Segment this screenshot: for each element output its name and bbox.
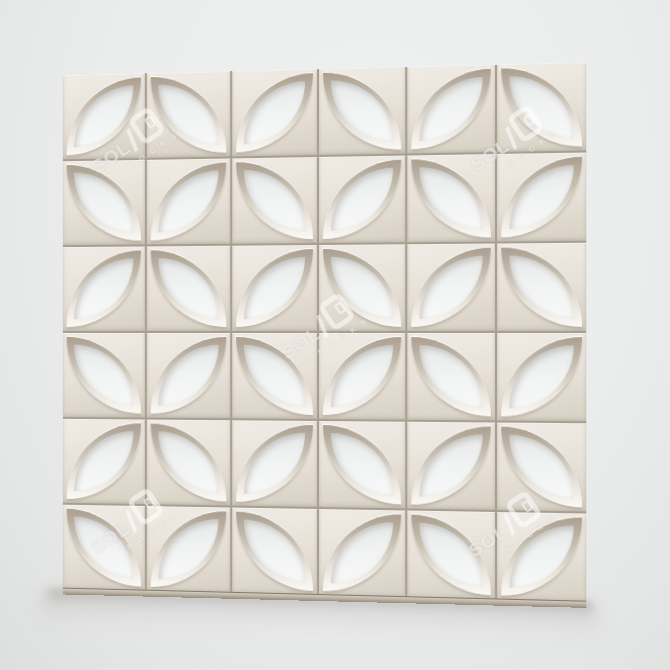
petal-cutout-hole: [158, 171, 218, 233]
petal-cutout-bevel: [323, 248, 402, 327]
petal-cutout-bevel: [66, 77, 141, 155]
petal-cutout-bevel: [411, 69, 491, 150]
petal-cutout-hole: [331, 433, 393, 496]
petal-cutout-bevel: [323, 425, 402, 505]
panel-tile: [147, 333, 230, 418]
petal-cutout-hole: [244, 169, 305, 231]
panel-tile: [407, 511, 495, 600]
petal-cutout-hole: [509, 345, 573, 408]
petal-cutout-bevel: [411, 514, 491, 595]
petal-cutout-hole: [509, 525, 573, 590]
panel-tile: [319, 156, 405, 243]
render-stage: SOLIDROCKSSOLIDROCKSSOLIDROCKSSOLIDROCKS…: [0, 0, 670, 670]
panel-tile: [497, 512, 586, 602]
petal-cutout-bevel: [411, 158, 491, 238]
petal-cutout-bevel: [411, 426, 491, 506]
petal-cutout-bevel: [236, 337, 313, 415]
petal-cutout-hole: [74, 258, 133, 319]
panel-tile: [63, 505, 145, 591]
panel-tile: [63, 246, 145, 331]
panel-tile: [147, 246, 230, 331]
panel-tile: [147, 71, 230, 158]
petal-cutout-bevel: [323, 159, 402, 239]
panel-tile: [232, 69, 317, 156]
petal-cutout-bevel: [411, 337, 491, 417]
panel-tile: [147, 506, 230, 593]
petal-cutout-hole: [244, 81, 305, 144]
petal-cutout-bevel: [236, 511, 313, 591]
petal-cutout-hole: [419, 345, 482, 408]
petal-cutout-bevel: [323, 513, 402, 593]
petal-cutout-hole: [509, 255, 573, 318]
panel-tile: [63, 333, 145, 418]
petal-cutout-hole: [419, 77, 482, 141]
petal-cutout-hole: [509, 75, 573, 140]
petal-cutout-bevel: [411, 247, 491, 327]
petal-cutout-hole: [419, 523, 482, 587]
petal-cutout-bevel: [151, 75, 227, 154]
petal-cutout-bevel: [66, 509, 141, 587]
petal-cutout-bevel: [501, 66, 582, 148]
petal-cutout-bevel: [66, 164, 141, 242]
petal-cutout-hole: [509, 435, 573, 499]
petal-cutout-hole: [419, 167, 482, 230]
panel-tile: [497, 243, 586, 331]
wall-panel: [63, 62, 586, 601]
panel-tile: [232, 157, 317, 244]
petal-cutout-hole: [74, 345, 133, 406]
petal-cutout-hole: [509, 165, 573, 229]
panel-tile: [63, 419, 145, 504]
petal-cutout-bevel: [66, 423, 141, 501]
petal-cutout-bevel: [236, 73, 313, 153]
panel-tile: [407, 422, 495, 510]
petal-cutout-bevel: [323, 337, 402, 416]
petal-cutout-hole: [331, 79, 393, 142]
panel-tile: [63, 160, 145, 245]
petal-cutout-hole: [244, 432, 305, 494]
petal-cutout-hole: [244, 345, 305, 407]
panel-tile: [147, 158, 230, 244]
petal-cutout-hole: [331, 168, 393, 231]
panel-tile: [497, 423, 586, 512]
petal-cutout-bevel: [501, 337, 582, 417]
panel-tile: [63, 73, 145, 159]
petal-cutout-bevel: [501, 157, 582, 238]
petal-cutout-bevel: [151, 337, 227, 415]
petal-cutout-hole: [74, 517, 133, 579]
petal-cutout-hole: [331, 345, 393, 407]
petal-cutout-hole: [158, 518, 218, 580]
petal-cutout-hole: [158, 345, 218, 406]
petal-cutout-bevel: [66, 250, 141, 327]
petal-cutout-hole: [74, 172, 133, 233]
petal-cutout-hole: [74, 431, 133, 492]
panel-tile: [319, 67, 405, 155]
panel-tile: [497, 333, 586, 421]
petal-cutout-hole: [158, 258, 218, 319]
panel-tile: [319, 333, 405, 420]
panel-grid: [63, 62, 586, 601]
petal-cutout-bevel: [236, 424, 313, 503]
panel-tile: [319, 509, 405, 597]
petal-cutout-bevel: [323, 71, 402, 151]
petal-cutout-hole: [419, 256, 482, 319]
petal-cutout-hole: [158, 432, 218, 494]
petal-cutout-bevel: [236, 249, 313, 327]
petal-cutout-bevel: [151, 162, 227, 240]
panel-tile: [319, 244, 405, 331]
panel-tile: [147, 420, 230, 506]
petal-cutout-bevel: [151, 510, 227, 589]
petal-cutout-hole: [419, 434, 482, 497]
panel-tile: [497, 153, 586, 242]
petal-cutout-bevel: [236, 161, 313, 240]
petal-cutout-hole: [74, 86, 133, 148]
petal-cutout-bevel: [501, 426, 582, 507]
panel-tile: [407, 154, 495, 242]
panel-tile: [407, 65, 495, 154]
petal-cutout-hole: [331, 521, 393, 584]
panel-tile: [497, 62, 586, 152]
petal-cutout-bevel: [501, 247, 582, 327]
petal-cutout-hole: [331, 257, 393, 319]
panel-tile: [407, 333, 495, 420]
panel-tile: [232, 508, 317, 595]
panel-tile: [232, 245, 317, 331]
panel-tile: [319, 421, 405, 508]
petal-cutout-bevel: [66, 337, 141, 414]
petal-cutout-hole: [244, 257, 305, 319]
petal-cutout-bevel: [151, 250, 227, 328]
petal-cutout-hole: [244, 520, 305, 583]
petal-cutout-hole: [158, 83, 218, 145]
panel-tile: [232, 420, 317, 507]
petal-cutout-bevel: [501, 516, 582, 598]
panel-tile: [232, 333, 317, 419]
petal-cutout-bevel: [151, 423, 227, 501]
panel-tile: [407, 244, 495, 331]
